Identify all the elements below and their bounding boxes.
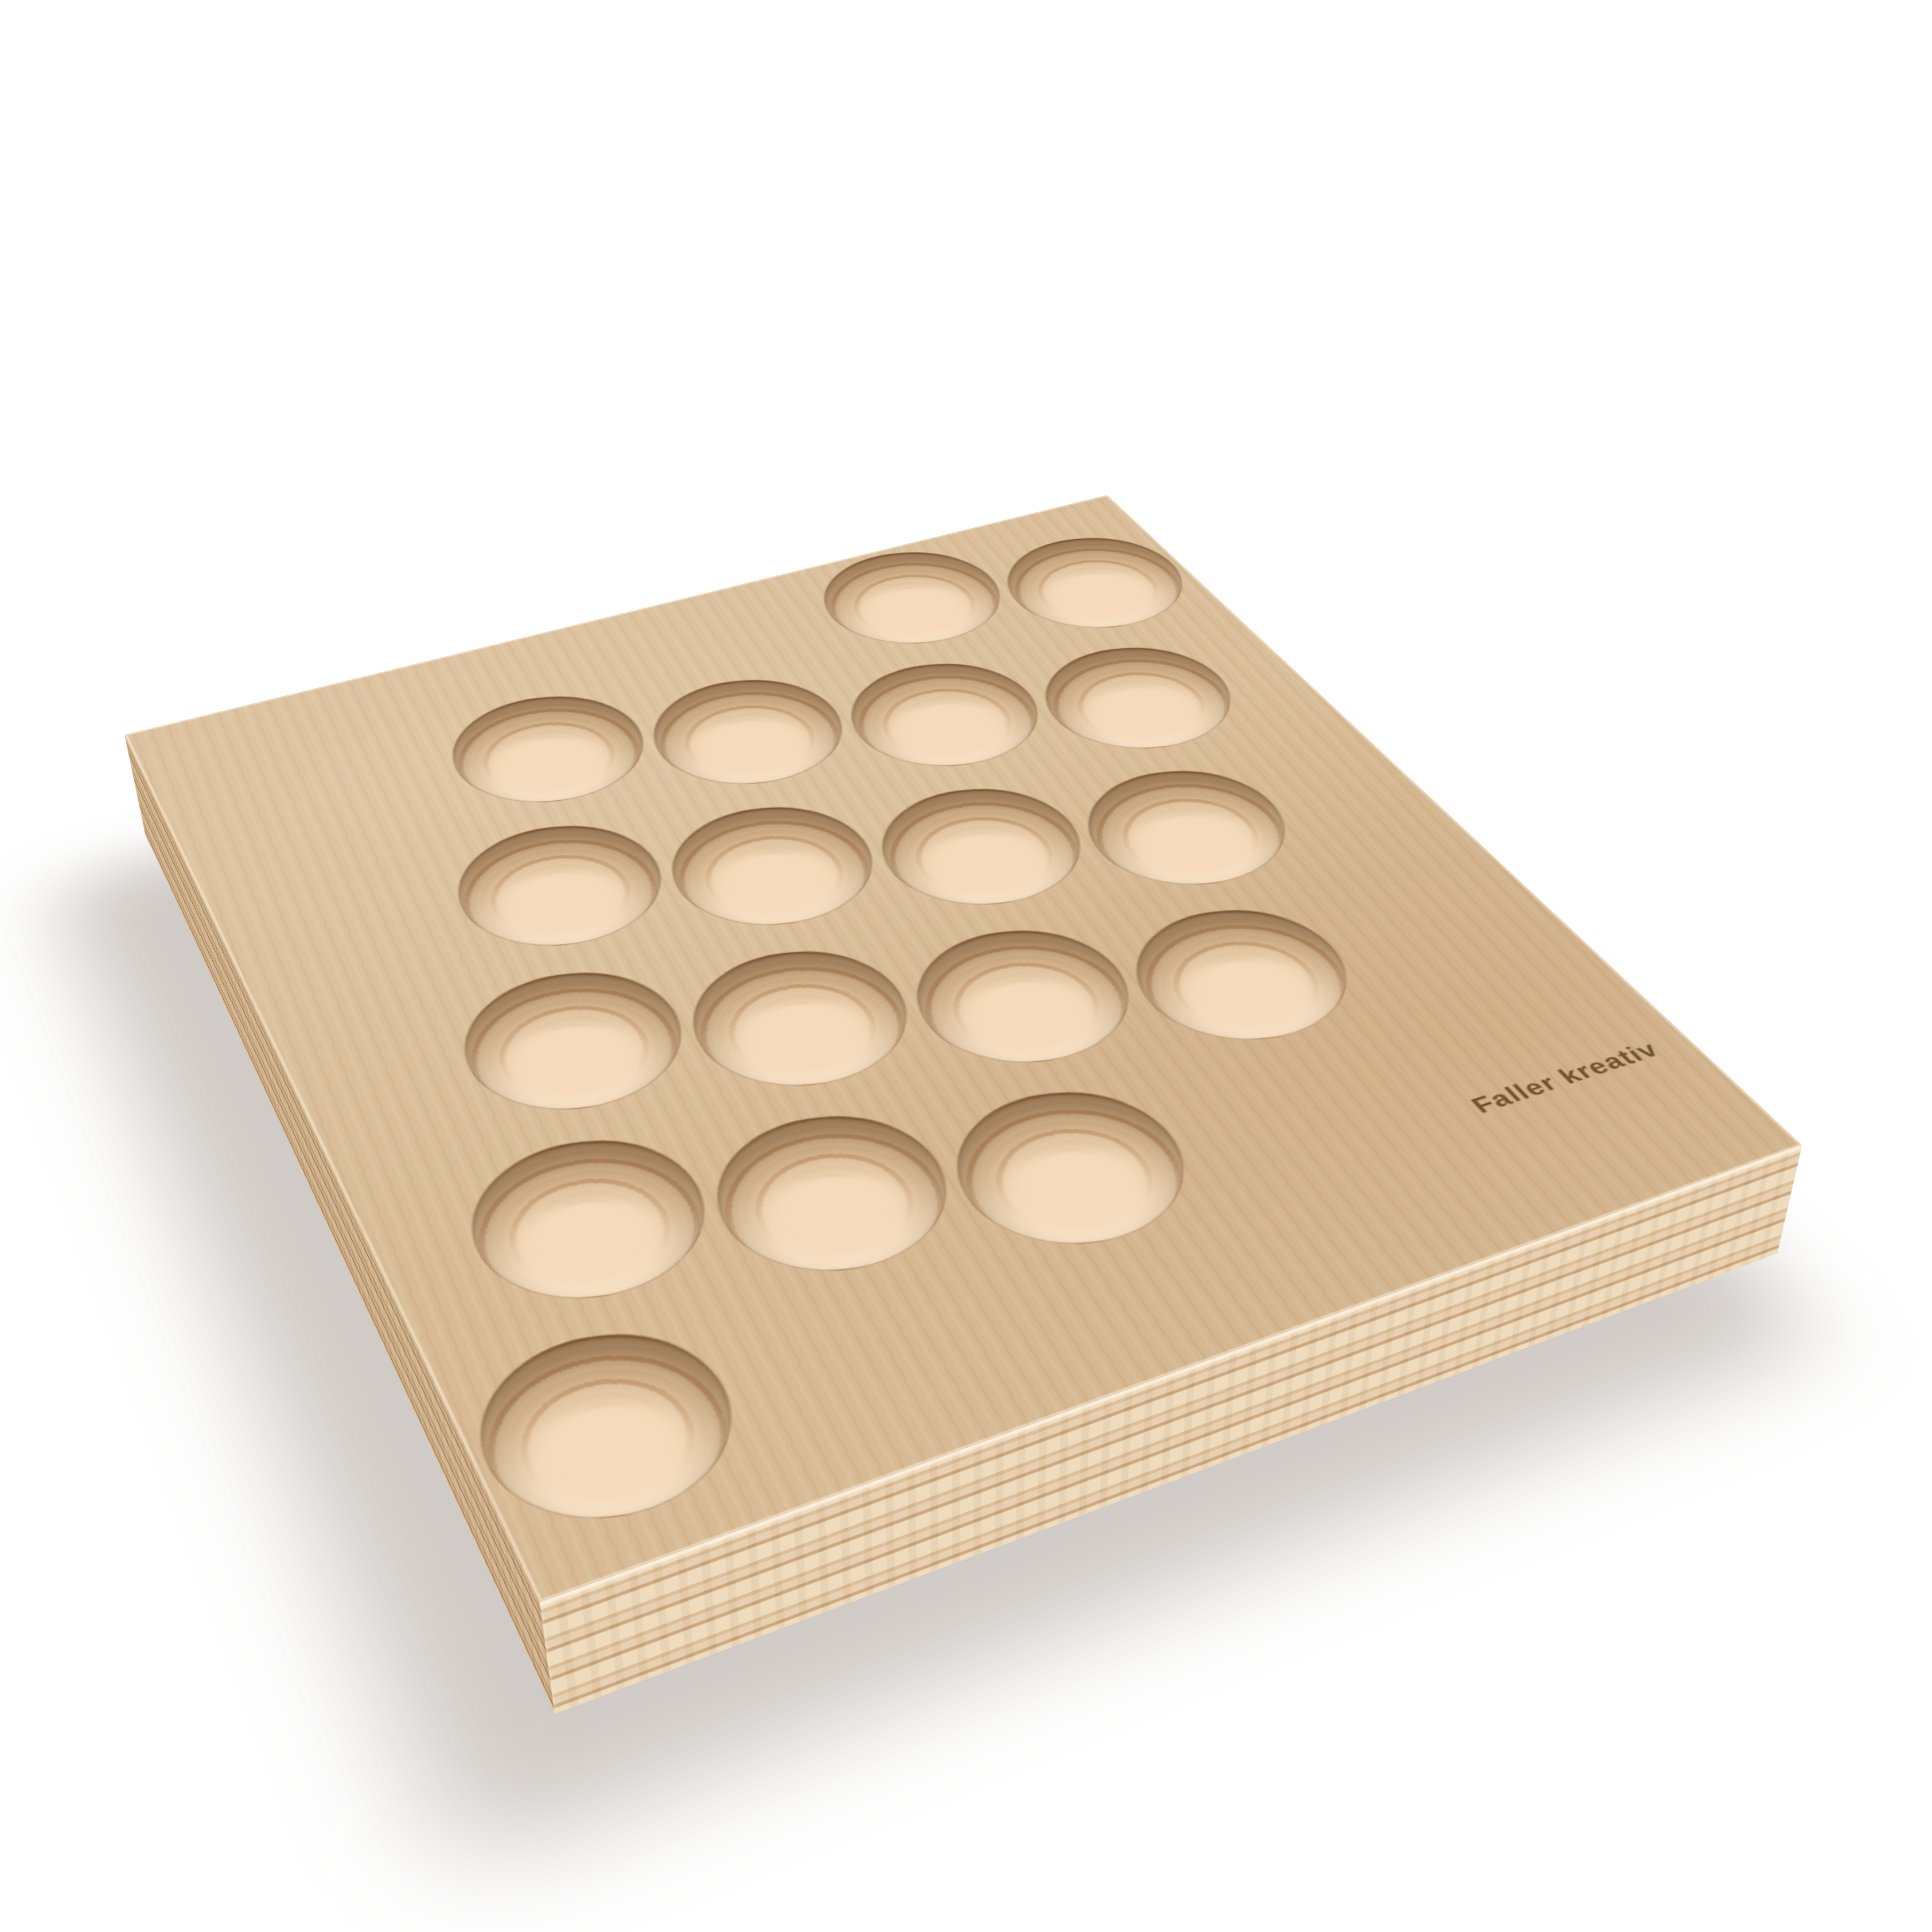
wooden-board: Faller kreativ bbox=[146, 590, 1778, 1714]
hollow-r0c3[interactable] bbox=[994, 532, 1199, 635]
hollow-r3c2[interactable] bbox=[903, 921, 1148, 1073]
hollow-r2c2[interactable] bbox=[870, 781, 1097, 913]
hollow-r2c3[interactable] bbox=[1072, 763, 1307, 893]
hollow-r3c0[interactable] bbox=[462, 963, 691, 1120]
hollow-r3c3[interactable] bbox=[1117, 901, 1370, 1050]
hollow-r4c0[interactable] bbox=[469, 1129, 715, 1311]
hollow-r1c1[interactable] bbox=[647, 672, 854, 792]
hollow-r0c2[interactable] bbox=[814, 546, 1014, 650]
hollow-r2c0[interactable] bbox=[455, 817, 669, 955]
photo-scene: Faller kreativ bbox=[0, 0, 1932, 1932]
hollow-r4c2[interactable] bbox=[941, 1081, 1206, 1256]
hollow-r2c1[interactable] bbox=[664, 799, 885, 934]
hollow-r1c0[interactable] bbox=[450, 689, 650, 811]
brand-engraving: Faller kreativ bbox=[1464, 1037, 1665, 1118]
hollow-r1c3[interactable] bbox=[1030, 641, 1249, 756]
hollow-r4c1[interactable] bbox=[707, 1105, 963, 1283]
hollow-r1c2[interactable] bbox=[840, 656, 1053, 774]
hollow-r5c0[interactable] bbox=[476, 1322, 743, 1533]
hollow-r3c1[interactable] bbox=[684, 942, 921, 1096]
